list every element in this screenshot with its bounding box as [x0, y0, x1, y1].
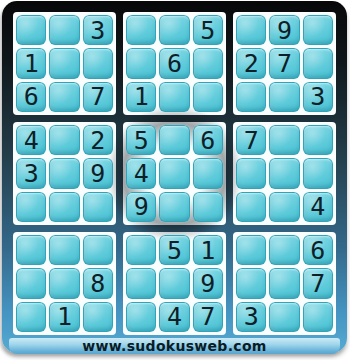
cell-r7c1[interactable] [16, 235, 46, 265]
cell-r1c6[interactable]: 5 [193, 15, 223, 45]
cell-r7c8[interactable] [269, 235, 299, 265]
cell-r2c4[interactable] [126, 48, 156, 78]
website-url: www.sudokusweb.com [82, 338, 266, 354]
footer-band: www.sudokusweb.com [9, 338, 340, 354]
cell-r4c1[interactable]: 4 [16, 125, 46, 155]
cell-r1c8[interactable]: 9 [269, 15, 299, 45]
cell-r9c1[interactable] [16, 302, 46, 332]
cell-r4c4[interactable]: 5 [126, 125, 156, 155]
cell-r3c2[interactable] [49, 82, 79, 112]
cell-r3c8[interactable] [269, 82, 299, 112]
cell-r6c2[interactable] [49, 192, 79, 222]
cell-r7c2[interactable] [49, 235, 79, 265]
cell-r9c8[interactable] [269, 302, 299, 332]
cell-r7c4[interactable] [126, 235, 156, 265]
cell-r6c3[interactable] [83, 192, 113, 222]
cell-r3c4[interactable]: 1 [126, 82, 156, 112]
cell-r6c1[interactable] [16, 192, 46, 222]
cell-r4c3[interactable]: 2 [83, 125, 113, 155]
cell-r2c3[interactable] [83, 48, 113, 78]
cell-r4c9[interactable] [303, 125, 333, 155]
cell-r1c1[interactable] [16, 15, 46, 45]
cell-r2c5[interactable]: 6 [159, 48, 189, 78]
box-2: 561 [123, 12, 226, 115]
cell-r6c6[interactable] [193, 192, 223, 222]
cell-r1c2[interactable] [49, 15, 79, 45]
cell-r2c7[interactable]: 2 [236, 48, 266, 78]
cell-r9c4[interactable] [126, 302, 156, 332]
cell-r7c9[interactable]: 6 [303, 235, 333, 265]
cell-r9c7[interactable]: 3 [236, 302, 266, 332]
cell-r1c5[interactable] [159, 15, 189, 45]
cell-r8c5[interactable] [159, 268, 189, 298]
cell-r9c3[interactable] [83, 302, 113, 332]
page: 3167561927342395649748151947673 www.sudo… [0, 0, 350, 360]
cell-r5c4[interactable]: 4 [126, 158, 156, 188]
cell-r5c6[interactable] [193, 158, 223, 188]
cell-r9c2[interactable]: 1 [49, 302, 79, 332]
cell-r8c8[interactable] [269, 268, 299, 298]
cell-r3c6[interactable] [193, 82, 223, 112]
cell-r5c2[interactable] [49, 158, 79, 188]
cell-r8c1[interactable] [16, 268, 46, 298]
cell-r3c5[interactable] [159, 82, 189, 112]
cell-r1c4[interactable] [126, 15, 156, 45]
cell-r4c2[interactable] [49, 125, 79, 155]
box-4: 4239 [13, 122, 116, 225]
cell-r5c3[interactable]: 9 [83, 158, 113, 188]
cell-r8c9[interactable]: 7 [303, 268, 333, 298]
cell-r5c7[interactable] [236, 158, 266, 188]
cell-r8c2[interactable] [49, 268, 79, 298]
cell-r6c9[interactable]: 4 [303, 192, 333, 222]
box-6: 74 [233, 122, 336, 225]
cell-r8c6[interactable]: 9 [193, 268, 223, 298]
cell-r7c7[interactable] [236, 235, 266, 265]
cell-r1c9[interactable] [303, 15, 333, 45]
cell-r3c1[interactable]: 6 [16, 82, 46, 112]
cell-r4c7[interactable]: 7 [236, 125, 266, 155]
box-3: 9273 [233, 12, 336, 115]
cell-r4c5[interactable] [159, 125, 189, 155]
cell-r9c6[interactable]: 7 [193, 302, 223, 332]
cell-r9c5[interactable]: 4 [159, 302, 189, 332]
cell-r8c7[interactable] [236, 268, 266, 298]
box-8: 51947 [123, 232, 226, 335]
cell-r3c7[interactable] [236, 82, 266, 112]
cell-r4c8[interactable] [269, 125, 299, 155]
cell-r9c9[interactable] [303, 302, 333, 332]
cell-r2c8[interactable]: 7 [269, 48, 299, 78]
cell-r3c9[interactable]: 3 [303, 82, 333, 112]
cell-r6c4[interactable]: 9 [126, 192, 156, 222]
cell-r5c5[interactable] [159, 158, 189, 188]
box-5: 5649 [123, 122, 226, 225]
sudoku-board: 3167561927342395649748151947673 www.sudo… [2, 1, 347, 353]
cell-r8c3[interactable]: 8 [83, 268, 113, 298]
box-7: 81 [13, 232, 116, 335]
box-9: 673 [233, 232, 336, 335]
box-1: 3167 [13, 12, 116, 115]
cell-r2c1[interactable]: 1 [16, 48, 46, 78]
cell-r4c6[interactable]: 6 [193, 125, 223, 155]
cell-r1c3[interactable]: 3 [83, 15, 113, 45]
cell-r2c9[interactable] [303, 48, 333, 78]
cell-r5c9[interactable] [303, 158, 333, 188]
cell-r6c5[interactable] [159, 192, 189, 222]
cell-r8c4[interactable] [126, 268, 156, 298]
cell-r5c1[interactable]: 3 [16, 158, 46, 188]
cell-r7c5[interactable]: 5 [159, 235, 189, 265]
cell-r6c7[interactable] [236, 192, 266, 222]
cell-r3c3[interactable]: 7 [83, 82, 113, 112]
cell-r2c2[interactable] [49, 48, 79, 78]
cell-r7c3[interactable] [83, 235, 113, 265]
cell-r2c6[interactable] [193, 48, 223, 78]
sudoku-grid: 3167561927342395649748151947673 [13, 12, 336, 335]
cell-r1c7[interactable] [236, 15, 266, 45]
cell-r5c8[interactable] [269, 158, 299, 188]
cell-r7c6[interactable]: 1 [193, 235, 223, 265]
cell-r6c8[interactable] [269, 192, 299, 222]
